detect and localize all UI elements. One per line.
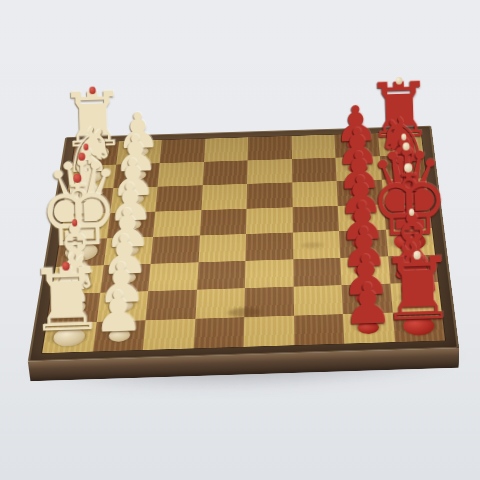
finial-accent <box>408 209 414 216</box>
photo-background: ♜♟♜♟♞♟♞♟♝♟♝♟♛♟♛♟♚♟♚♟♝♟♝♟♞♟♞♟♜♟♜♟ <box>0 0 480 480</box>
square-c5 <box>247 182 293 208</box>
finial-accent <box>395 77 402 85</box>
finial-accent <box>62 261 70 270</box>
square-a6 <box>291 135 335 159</box>
square-b2 <box>113 163 160 188</box>
square-b5 <box>247 159 292 184</box>
finial-accent <box>72 219 78 226</box>
square-c6 <box>292 181 338 207</box>
finial-accent <box>89 86 96 94</box>
square-a4 <box>204 137 248 161</box>
board-front-edge <box>28 348 459 381</box>
square-a3 <box>160 139 205 163</box>
square-d4 <box>200 208 247 235</box>
finial-accent <box>74 173 82 182</box>
finial-accent <box>413 250 421 259</box>
square-d5 <box>246 207 292 234</box>
square-c3 <box>155 185 202 211</box>
chessboard: ♜♟♜♟♞♟♞♟♝♟♝♟♛♟♛♟♚♟♚♟♝♟♝♟♞♟♞♟♜♟♜♟ <box>28 126 459 362</box>
square-d3 <box>153 210 201 237</box>
square-b6 <box>292 157 337 182</box>
chessboard-scene: ♜♟♜♟♞♟♞♟♝♟♝♟♛♟♛♟♚♟♚♟♝♟♝♟♞♟♞♟♜♟♜♟ <box>42 30 450 438</box>
square-c4 <box>201 184 247 210</box>
rook-glyph: ♜ <box>378 245 458 334</box>
square-b3 <box>158 162 204 187</box>
rook-glyph: ♜ <box>27 256 107 345</box>
square-a2 <box>116 140 162 164</box>
square-b4 <box>202 160 247 185</box>
square-a5 <box>248 136 292 160</box>
square-d6 <box>292 206 339 233</box>
finial-accent <box>404 163 412 172</box>
